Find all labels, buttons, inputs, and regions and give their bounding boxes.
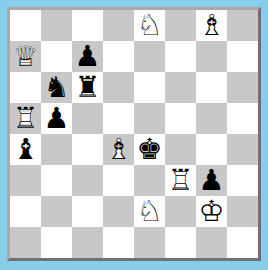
- piece-fill-layer: ♞: [41, 72, 72, 103]
- piece-fill-layer: ♟: [196, 165, 227, 196]
- square-b7[interactable]: [41, 41, 72, 72]
- square-g8[interactable]: ♝♗: [196, 10, 227, 41]
- square-e8[interactable]: ♞♘: [134, 10, 165, 41]
- black-rook-piece: ♜: [72, 72, 103, 103]
- square-g3[interactable]: ♟: [196, 165, 227, 196]
- square-e7[interactable]: [134, 41, 165, 72]
- square-e3[interactable]: [134, 165, 165, 196]
- white-bishop-piece: ♝♗: [103, 134, 134, 165]
- square-d4[interactable]: ♝♗: [103, 134, 134, 165]
- square-a7[interactable]: ♛♕: [10, 41, 41, 72]
- piece-outline-layer: ♖: [165, 165, 196, 196]
- square-e6[interactable]: [134, 72, 165, 103]
- piece-outline-layer: ♔: [196, 196, 227, 227]
- chess-board: ♞♘♝♗♛♕♟♞♜♜♖♟♝♝♗♚♜♖♟♞♘♚♔: [10, 10, 258, 258]
- white-knight-piece: ♞♘: [134, 10, 165, 41]
- square-d7[interactable]: [103, 41, 134, 72]
- square-b8[interactable]: [41, 10, 72, 41]
- piece-fill-layer: ♟: [72, 41, 103, 72]
- white-queen-piece: ♛♕: [10, 41, 41, 72]
- piece-outline-layer: ♘: [134, 196, 165, 227]
- square-c7[interactable]: ♟: [72, 41, 103, 72]
- square-a4[interactable]: ♝: [10, 134, 41, 165]
- black-pawn-piece: ♟: [41, 103, 72, 134]
- square-a6[interactable]: [10, 72, 41, 103]
- piece-outline-layer: ♗: [103, 134, 134, 165]
- square-d2[interactable]: [103, 196, 134, 227]
- square-g7[interactable]: [196, 41, 227, 72]
- square-d8[interactable]: [103, 10, 134, 41]
- square-g1[interactable]: [196, 227, 227, 258]
- square-h8[interactable]: [227, 10, 258, 41]
- white-king-piece: ♚♔: [196, 196, 227, 227]
- square-b6[interactable]: ♞: [41, 72, 72, 103]
- white-rook-piece: ♜♖: [10, 103, 41, 134]
- square-c3[interactable]: [72, 165, 103, 196]
- black-pawn-piece: ♟: [196, 165, 227, 196]
- square-h1[interactable]: [227, 227, 258, 258]
- window-background: { "game": "chess", "position": "4N1B1/Q1…: [0, 0, 268, 270]
- square-h3[interactable]: [227, 165, 258, 196]
- square-a2[interactable]: [10, 196, 41, 227]
- square-g6[interactable]: [196, 72, 227, 103]
- square-c2[interactable]: [72, 196, 103, 227]
- black-bishop-piece: ♝: [10, 134, 41, 165]
- square-b4[interactable]: [41, 134, 72, 165]
- square-c8[interactable]: [72, 10, 103, 41]
- square-f8[interactable]: [165, 10, 196, 41]
- square-f7[interactable]: [165, 41, 196, 72]
- white-bishop-piece: ♝♗: [196, 10, 227, 41]
- square-f1[interactable]: [165, 227, 196, 258]
- black-knight-piece: ♞: [41, 72, 72, 103]
- square-f2[interactable]: [165, 196, 196, 227]
- square-f4[interactable]: [165, 134, 196, 165]
- black-pawn-piece: ♟: [72, 41, 103, 72]
- square-b5[interactable]: ♟: [41, 103, 72, 134]
- piece-outline-layer: ♗: [196, 10, 227, 41]
- square-c4[interactable]: [72, 134, 103, 165]
- board-frame: ♞♘♝♗♛♕♟♞♜♜♖♟♝♝♗♚♜♖♟♞♘♚♔: [7, 7, 261, 261]
- square-g4[interactable]: [196, 134, 227, 165]
- white-rook-piece: ♜♖: [165, 165, 196, 196]
- piece-fill-layer: ♚: [134, 134, 165, 165]
- square-e2[interactable]: ♞♘: [134, 196, 165, 227]
- piece-fill-layer: ♜: [72, 72, 103, 103]
- square-d1[interactable]: [103, 227, 134, 258]
- square-a3[interactable]: [10, 165, 41, 196]
- square-h6[interactable]: [227, 72, 258, 103]
- square-e5[interactable]: [134, 103, 165, 134]
- piece-fill-layer: ♟: [41, 103, 72, 134]
- square-a5[interactable]: ♜♖: [10, 103, 41, 134]
- square-d3[interactable]: [103, 165, 134, 196]
- square-d6[interactable]: [103, 72, 134, 103]
- square-f5[interactable]: [165, 103, 196, 134]
- square-e1[interactable]: [134, 227, 165, 258]
- square-b3[interactable]: [41, 165, 72, 196]
- square-a8[interactable]: [10, 10, 41, 41]
- square-e4[interactable]: ♚: [134, 134, 165, 165]
- square-f3[interactable]: ♜♖: [165, 165, 196, 196]
- square-h5[interactable]: [227, 103, 258, 134]
- white-knight-piece: ♞♘: [134, 196, 165, 227]
- piece-outline-layer: ♘: [134, 10, 165, 41]
- square-c6[interactable]: ♜: [72, 72, 103, 103]
- square-b2[interactable]: [41, 196, 72, 227]
- piece-outline-layer: ♖: [10, 103, 41, 134]
- square-b1[interactable]: [41, 227, 72, 258]
- square-f6[interactable]: [165, 72, 196, 103]
- square-a1[interactable]: [10, 227, 41, 258]
- black-king-piece: ♚: [134, 134, 165, 165]
- piece-fill-layer: ♝: [10, 134, 41, 165]
- piece-outline-layer: ♕: [10, 41, 41, 72]
- square-h4[interactable]: [227, 134, 258, 165]
- square-c5[interactable]: [72, 103, 103, 134]
- square-d5[interactable]: [103, 103, 134, 134]
- square-g2[interactable]: ♚♔: [196, 196, 227, 227]
- square-c1[interactable]: [72, 227, 103, 258]
- square-h2[interactable]: [227, 196, 258, 227]
- square-g5[interactable]: [196, 103, 227, 134]
- square-h7[interactable]: [227, 41, 258, 72]
